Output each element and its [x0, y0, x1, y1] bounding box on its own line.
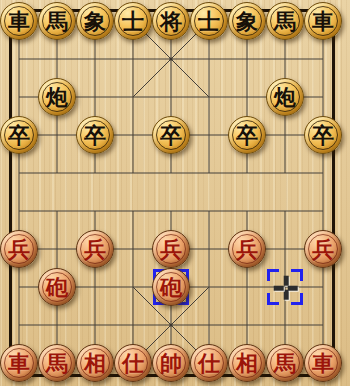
point-f9[interactable]: 仕 [190, 344, 228, 382]
point-g5[interactable] [228, 192, 266, 230]
piece-black-rook[interactable]: 車 [0, 2, 38, 40]
point-c5[interactable] [76, 192, 114, 230]
point-a0[interactable]: 車 [0, 2, 38, 40]
point-d1[interactable] [114, 40, 152, 78]
point-h2[interactable]: 炮 [266, 78, 304, 116]
point-b0[interactable]: 馬 [38, 2, 76, 40]
point-h0[interactable]: 馬 [266, 2, 304, 40]
point-e0[interactable]: 将 [152, 2, 190, 40]
crosshair-arm [274, 285, 284, 290]
point-c9[interactable]: 相 [76, 344, 114, 382]
point-b2[interactable]: 炮 [38, 78, 76, 116]
piece-red-general[interactable]: 帥 [152, 344, 190, 382]
point-a3[interactable]: 卒 [0, 116, 38, 154]
point-g2[interactable] [228, 78, 266, 116]
point-i5[interactable] [304, 192, 342, 230]
piece-black-advisor[interactable]: 士 [190, 2, 228, 40]
piece-red-pawn[interactable]: 兵 [76, 230, 114, 268]
point-e5[interactable] [152, 192, 190, 230]
point-h7[interactable] [266, 268, 304, 306]
point-e9[interactable]: 帥 [152, 344, 190, 382]
piece-black-pawn[interactable]: 卒 [0, 116, 38, 154]
point-c6[interactable]: 兵 [76, 230, 114, 268]
board-grid: 車馬象士将士象馬車炮炮卒卒卒卒卒兵兵兵兵兵砲砲車馬相仕帥仕相馬車 [0, 2, 342, 382]
point-c2[interactable] [76, 78, 114, 116]
point-d8[interactable] [114, 306, 152, 344]
point-f1[interactable] [190, 40, 228, 78]
selection-corner [267, 293, 279, 305]
point-c1[interactable] [76, 40, 114, 78]
point-a8[interactable] [0, 306, 38, 344]
piece-black-horse[interactable]: 馬 [38, 2, 76, 40]
crosshair-arm [283, 276, 288, 286]
point-g3[interactable]: 卒 [228, 116, 266, 154]
piece-red-elephant[interactable]: 相 [228, 344, 266, 382]
piece-black-pawn[interactable]: 卒 [152, 116, 190, 154]
point-i0[interactable]: 車 [304, 2, 342, 40]
point-c0[interactable]: 象 [76, 2, 114, 40]
point-a5[interactable] [0, 192, 38, 230]
piece-black-pawn[interactable]: 卒 [304, 116, 342, 154]
point-i9[interactable]: 車 [304, 344, 342, 382]
piece-red-advisor[interactable]: 仕 [114, 344, 152, 382]
piece-black-elephant[interactable]: 象 [76, 2, 114, 40]
point-d4[interactable] [114, 154, 152, 192]
point-i1[interactable] [304, 40, 342, 78]
point-g8[interactable] [228, 306, 266, 344]
point-h6[interactable] [266, 230, 304, 268]
point-f6[interactable] [190, 230, 228, 268]
point-a9[interactable]: 車 [0, 344, 38, 382]
piece-red-rook[interactable]: 車 [0, 344, 38, 382]
point-d6[interactable] [114, 230, 152, 268]
point-b4[interactable] [38, 154, 76, 192]
point-c3[interactable]: 卒 [76, 116, 114, 154]
point-b7[interactable]: 砲 [38, 268, 76, 306]
piece-black-cannon[interactable]: 炮 [38, 78, 76, 116]
piece-black-horse[interactable]: 馬 [266, 2, 304, 40]
point-g9[interactable]: 相 [228, 344, 266, 382]
piece-red-rook[interactable]: 車 [304, 344, 342, 382]
point-b1[interactable] [38, 40, 76, 78]
point-d0[interactable]: 士 [114, 2, 152, 40]
point-i4[interactable] [304, 154, 342, 192]
point-h1[interactable] [266, 40, 304, 78]
piece-black-advisor[interactable]: 士 [114, 2, 152, 40]
piece-black-rook[interactable]: 車 [304, 2, 342, 40]
point-f8[interactable] [190, 306, 228, 344]
point-i6[interactable]: 兵 [304, 230, 342, 268]
point-e8[interactable] [152, 306, 190, 344]
point-h4[interactable] [266, 154, 304, 192]
piece-red-elephant[interactable]: 相 [76, 344, 114, 382]
selection-corner [291, 269, 303, 281]
selection-corner [291, 293, 303, 305]
point-i7[interactable] [304, 268, 342, 306]
point-c4[interactable] [76, 154, 114, 192]
point-h8[interactable] [266, 306, 304, 344]
point-b6[interactable] [38, 230, 76, 268]
point-i2[interactable] [304, 78, 342, 116]
point-h5[interactable] [266, 192, 304, 230]
piece-red-cannon[interactable]: 砲 [38, 268, 76, 306]
piece-black-cannon[interactable]: 炮 [266, 78, 304, 116]
point-a6[interactable]: 兵 [0, 230, 38, 268]
piece-red-pawn[interactable]: 兵 [228, 230, 266, 268]
point-b8[interactable] [38, 306, 76, 344]
point-c7[interactable] [76, 268, 114, 306]
point-b9[interactable]: 馬 [38, 344, 76, 382]
point-g7[interactable] [228, 268, 266, 306]
piece-red-pawn[interactable]: 兵 [0, 230, 38, 268]
point-a1[interactable] [0, 40, 38, 78]
piece-black-elephant[interactable]: 象 [228, 2, 266, 40]
point-a2[interactable] [0, 78, 38, 116]
point-a7[interactable] [0, 268, 38, 306]
crosshair-arm [283, 290, 288, 300]
point-d3[interactable] [114, 116, 152, 154]
point-h3[interactable] [266, 116, 304, 154]
selection-corner [267, 269, 279, 281]
piece-black-general[interactable]: 将 [152, 2, 190, 40]
point-b5[interactable] [38, 192, 76, 230]
point-e2[interactable] [152, 78, 190, 116]
point-e7[interactable]: 砲 [152, 268, 190, 306]
piece-red-pawn[interactable]: 兵 [152, 230, 190, 268]
point-e3[interactable]: 卒 [152, 116, 190, 154]
point-d9[interactable]: 仕 [114, 344, 152, 382]
point-f3[interactable] [190, 116, 228, 154]
point-a4[interactable] [0, 154, 38, 192]
point-d5[interactable] [114, 192, 152, 230]
point-f4[interactable] [190, 154, 228, 192]
piece-red-advisor[interactable]: 仕 [190, 344, 228, 382]
point-g0[interactable]: 象 [228, 2, 266, 40]
point-d2[interactable] [114, 78, 152, 116]
piece-red-horse[interactable]: 馬 [38, 344, 76, 382]
point-b3[interactable] [38, 116, 76, 154]
selection-marker [267, 269, 303, 305]
point-i3[interactable]: 卒 [304, 116, 342, 154]
point-g6[interactable]: 兵 [228, 230, 266, 268]
xiangqi-board: 車馬象士将士象馬車炮炮卒卒卒卒卒兵兵兵兵兵砲砲車馬相仕帥仕相馬車 [0, 0, 350, 386]
point-f5[interactable] [190, 192, 228, 230]
point-d7[interactable] [114, 268, 152, 306]
point-f0[interactable]: 士 [190, 2, 228, 40]
point-f7[interactable] [190, 268, 228, 306]
crosshair-cursor-icon [274, 276, 298, 300]
piece-red-cannon[interactable]: 砲 [152, 268, 190, 306]
point-i8[interactable] [304, 306, 342, 344]
point-e6[interactable]: 兵 [152, 230, 190, 268]
piece-black-pawn[interactable]: 卒 [76, 116, 114, 154]
point-c8[interactable] [76, 306, 114, 344]
crosshair-arm [288, 285, 298, 290]
point-e4[interactable] [152, 154, 190, 192]
point-g4[interactable] [228, 154, 266, 192]
piece-red-horse[interactable]: 馬 [266, 344, 304, 382]
piece-red-pawn[interactable]: 兵 [304, 230, 342, 268]
point-e1[interactable] [152, 40, 190, 78]
point-h9[interactable]: 馬 [266, 344, 304, 382]
point-f2[interactable] [190, 78, 228, 116]
point-g1[interactable] [228, 40, 266, 78]
piece-black-pawn[interactable]: 卒 [228, 116, 266, 154]
